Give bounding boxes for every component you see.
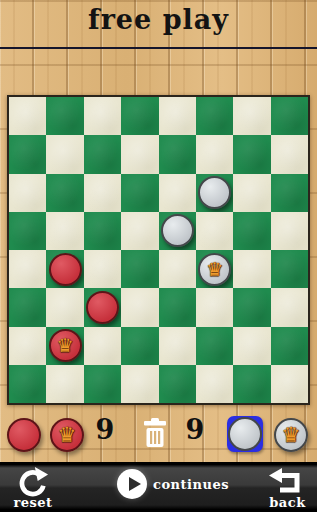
back-label: back [260, 495, 315, 510]
board-square[interactable] [84, 365, 121, 403]
board-square[interactable] [271, 327, 308, 365]
board-square[interactable] [196, 365, 233, 403]
continue-label: continues [153, 477, 229, 492]
piece-tray: ♛ 9 9 ♛ [0, 412, 317, 458]
crown-icon: ♛ [206, 260, 223, 279]
board-square[interactable] [84, 135, 121, 173]
board-square[interactable] [233, 174, 270, 212]
board-square[interactable]: ♛ [196, 250, 233, 288]
board-square[interactable] [84, 212, 121, 250]
white-king[interactable]: ♛ [198, 253, 231, 286]
tray-white-king-button[interactable]: ♛ [274, 418, 308, 452]
board-square[interactable] [271, 212, 308, 250]
board-square[interactable] [121, 97, 158, 135]
board-square[interactable] [271, 97, 308, 135]
page-title: free play [0, 4, 317, 35]
board-square[interactable] [159, 212, 196, 250]
board-square[interactable] [46, 135, 83, 173]
board-square[interactable] [46, 212, 83, 250]
board-square[interactable] [121, 327, 158, 365]
board-square[interactable] [121, 365, 158, 403]
board-square[interactable] [9, 97, 46, 135]
board-square[interactable]: ♛ [46, 327, 83, 365]
board-square[interactable] [84, 97, 121, 135]
board-square[interactable] [84, 174, 121, 212]
tray-red-man-button[interactable] [7, 418, 41, 452]
board-square[interactable] [121, 250, 158, 288]
board-square[interactable] [9, 288, 46, 326]
board-square[interactable] [159, 327, 196, 365]
trash-icon [143, 418, 167, 448]
board-square[interactable] [196, 212, 233, 250]
back-button[interactable]: back [260, 462, 315, 512]
board-square[interactable] [233, 212, 270, 250]
board-square[interactable] [9, 212, 46, 250]
board-square[interactable] [9, 365, 46, 403]
trash-button[interactable] [143, 418, 167, 448]
app-screen: free play ♛♛ ♛ 9 9 ♛ [0, 0, 317, 512]
board-square[interactable] [46, 365, 83, 403]
title-divider [0, 47, 317, 49]
board-square[interactable] [159, 135, 196, 173]
board-square[interactable] [233, 288, 270, 326]
board-square[interactable] [121, 212, 158, 250]
white-count: 9 [181, 414, 209, 445]
board-square[interactable] [159, 250, 196, 288]
board-square[interactable] [121, 288, 158, 326]
board-square[interactable] [271, 365, 308, 403]
board-square[interactable] [233, 135, 270, 173]
red-man[interactable] [86, 291, 119, 324]
crown-icon: ♛ [58, 425, 77, 446]
board-square[interactable] [46, 97, 83, 135]
board-square[interactable] [271, 288, 308, 326]
reset-button[interactable]: reset [2, 462, 64, 512]
board-square[interactable] [9, 135, 46, 173]
board-square[interactable] [196, 135, 233, 173]
crown-icon: ♛ [57, 336, 74, 355]
board-square[interactable] [9, 174, 46, 212]
board-square[interactable] [84, 327, 121, 365]
red-count: 9 [91, 414, 119, 445]
play-icon [117, 469, 147, 499]
board-square[interactable] [159, 97, 196, 135]
board-square[interactable] [9, 250, 46, 288]
red-man[interactable] [49, 253, 82, 286]
tray-white-man-button[interactable] [228, 417, 262, 451]
board-square[interactable] [84, 288, 121, 326]
board-square[interactable] [233, 365, 270, 403]
board-square[interactable] [196, 288, 233, 326]
board-square[interactable] [46, 288, 83, 326]
checkers-board[interactable]: ♛♛ [7, 95, 310, 405]
selected-piece-highlight [227, 416, 263, 452]
board-square[interactable] [196, 174, 233, 212]
board-square[interactable] [159, 174, 196, 212]
reset-icon [15, 465, 51, 497]
board-square[interactable] [196, 327, 233, 365]
board-square[interactable] [233, 327, 270, 365]
board-square[interactable] [46, 174, 83, 212]
bottom-bar: reset continues back [0, 462, 317, 512]
white-man[interactable] [198, 176, 231, 209]
reset-label: reset [2, 495, 64, 510]
board-square[interactable] [46, 250, 83, 288]
board-square[interactable] [233, 250, 270, 288]
continue-button[interactable]: continues [110, 462, 220, 512]
board-square[interactable] [84, 250, 121, 288]
white-man[interactable] [161, 214, 194, 247]
back-icon [266, 466, 306, 496]
board-square[interactable] [159, 288, 196, 326]
board-square[interactable] [9, 327, 46, 365]
crown-icon: ♛ [282, 425, 301, 446]
board-square[interactable] [196, 97, 233, 135]
tray-red-king-button[interactable]: ♛ [50, 418, 84, 452]
board-square[interactable] [271, 135, 308, 173]
board-square[interactable] [233, 97, 270, 135]
board-square[interactable] [271, 250, 308, 288]
board-square[interactable] [159, 365, 196, 403]
red-king[interactable]: ♛ [49, 329, 82, 362]
board-square[interactable] [121, 135, 158, 173]
board-square[interactable] [271, 174, 308, 212]
board-square[interactable] [121, 174, 158, 212]
